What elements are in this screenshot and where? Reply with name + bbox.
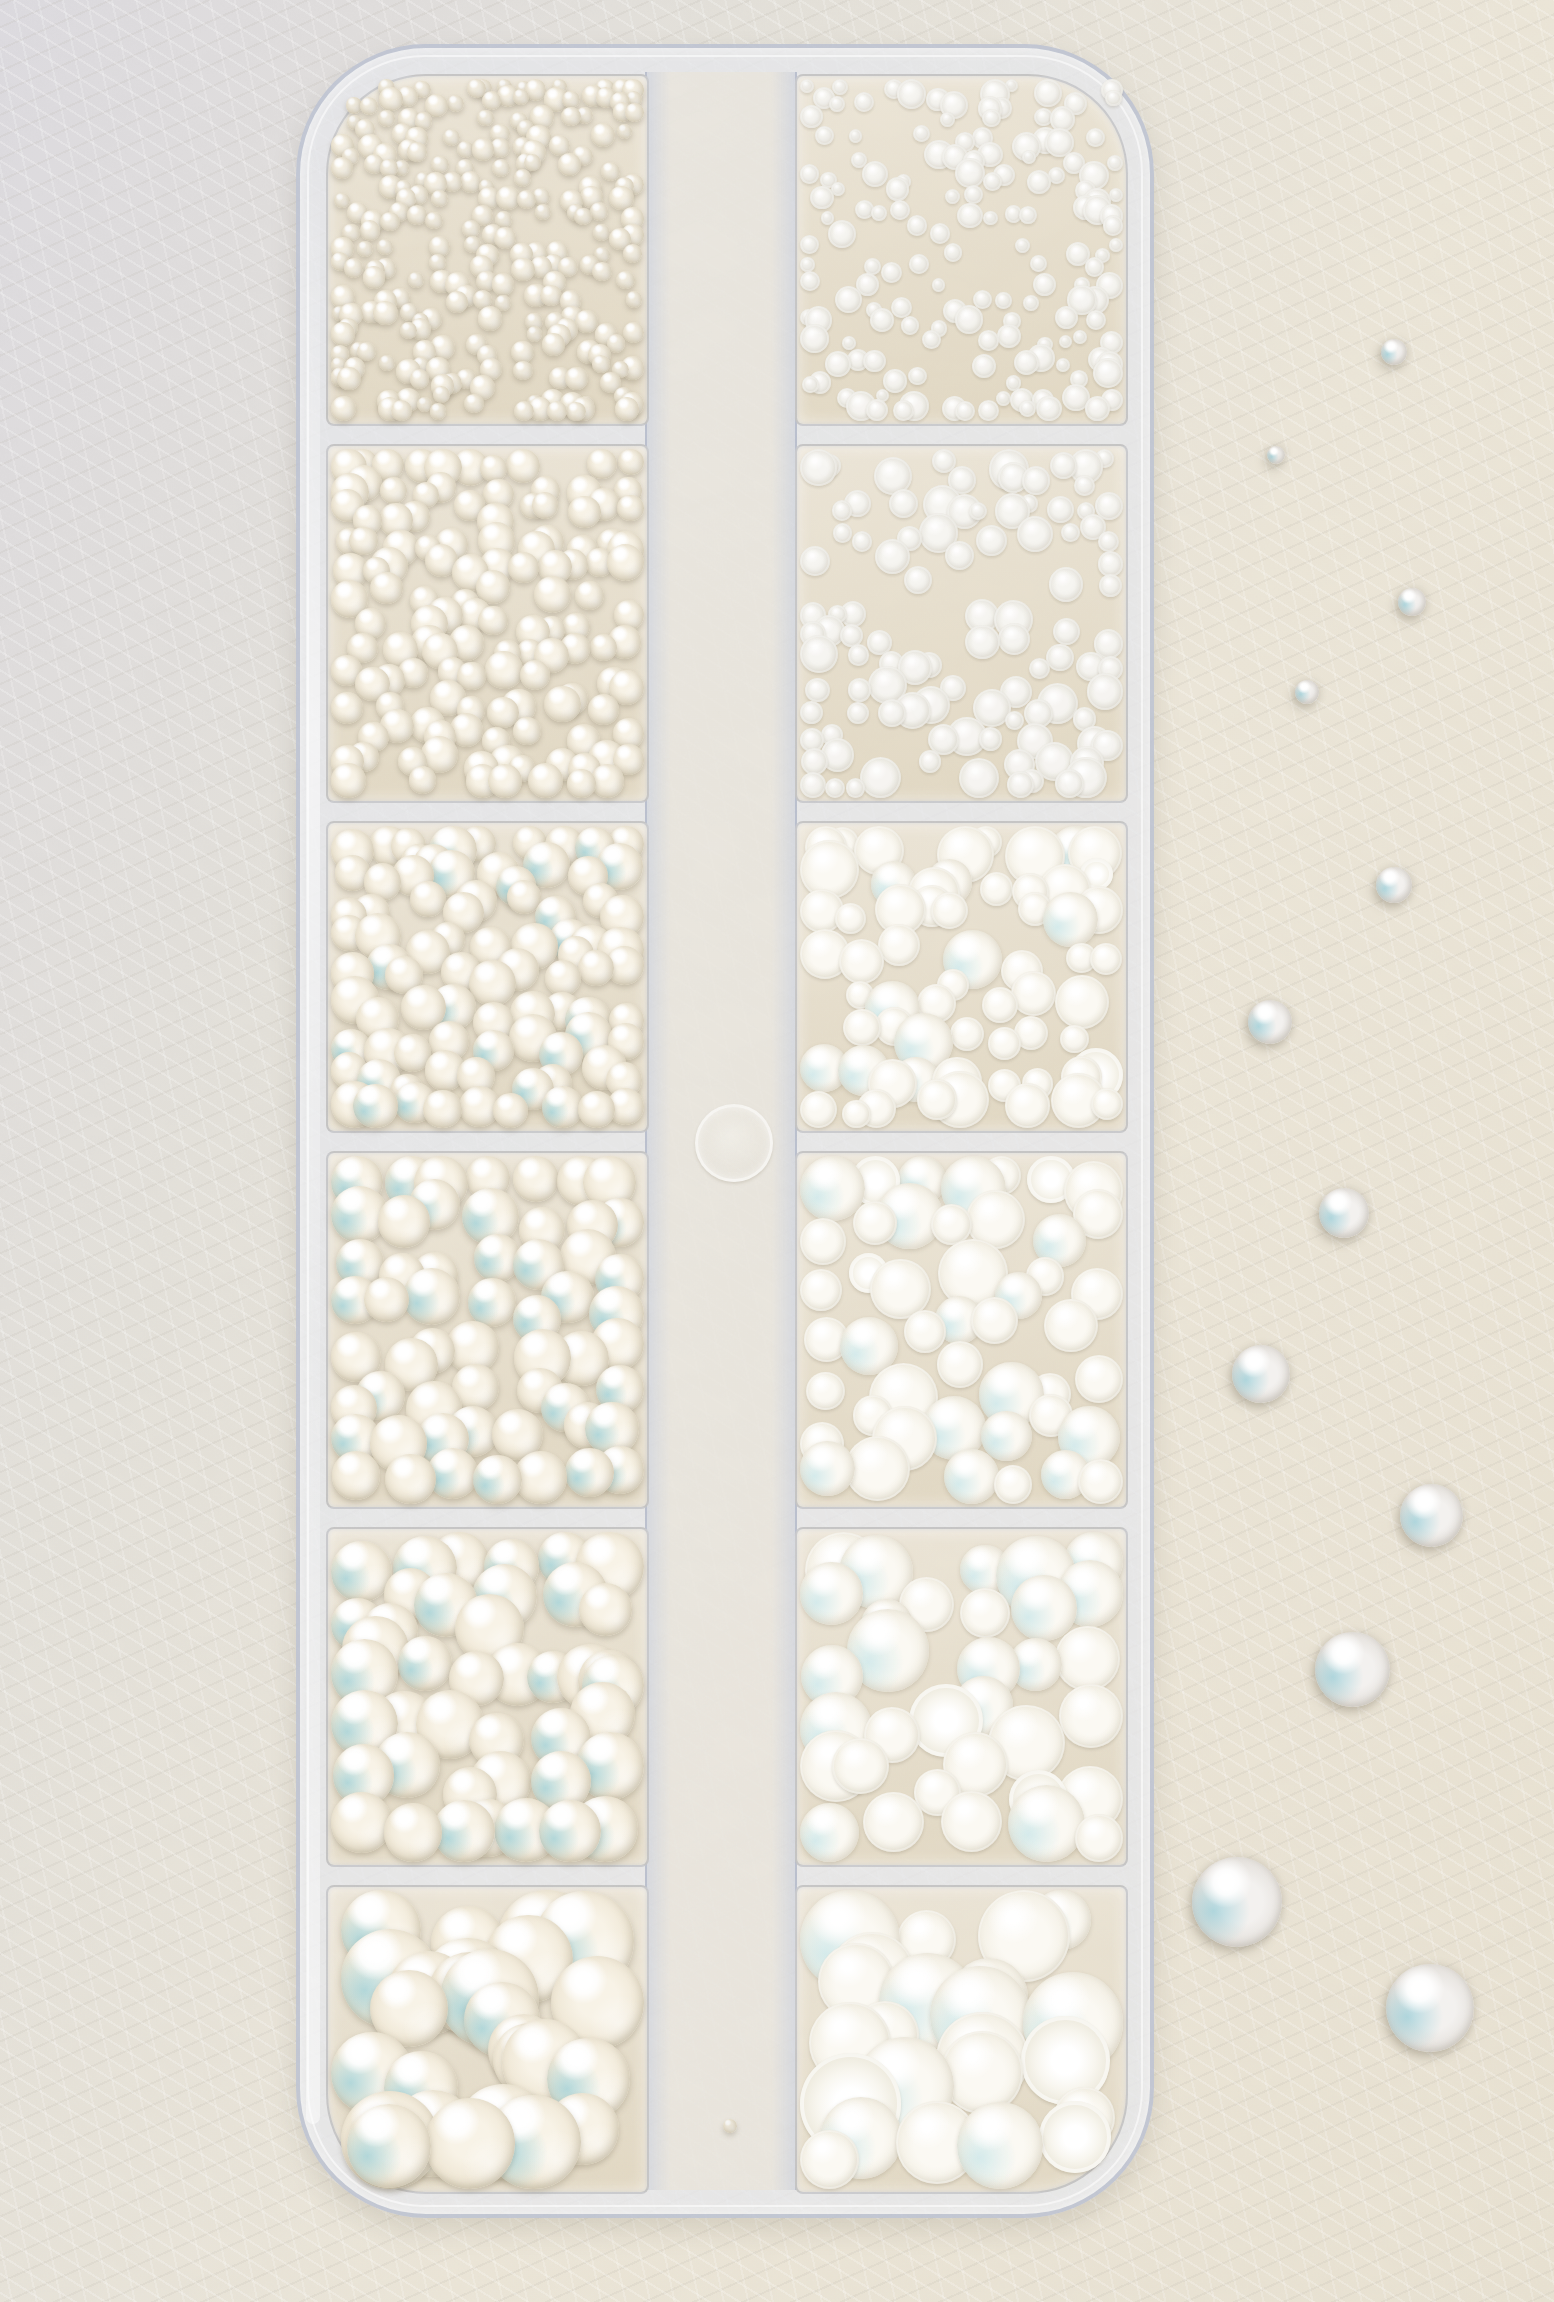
pearl [566,402,585,421]
pearl [945,189,960,204]
pearl [800,79,814,93]
pearl [462,220,480,238]
pearl [568,496,600,528]
pearl [617,495,644,522]
pearl [1061,523,1081,543]
pearl [983,211,997,225]
pearl [561,107,580,126]
pearl [982,987,1018,1023]
pearl [357,241,373,257]
pearl [1011,1575,1077,1641]
pearl [848,678,872,702]
pearl [1107,155,1123,171]
pearl [433,386,450,403]
pearl [800,635,838,673]
pearl [845,1436,910,1501]
pearl [901,316,920,335]
pearl [542,333,565,356]
pearl [897,79,927,109]
pearl [800,546,830,576]
pearl [964,185,983,204]
pearl [1055,769,1084,798]
pearl [506,449,540,483]
pearl [331,692,363,724]
pearl [843,1009,880,1046]
loose-pearl [1386,1964,1474,2052]
pearl [1047,496,1074,523]
pearl [353,1084,397,1128]
pearl [511,258,535,282]
loose-pearl [1398,588,1426,616]
pearl [1011,971,1056,1016]
pearl [488,764,522,798]
mold-mark [695,1104,773,1182]
pearl [403,1268,460,1325]
pearl [932,278,946,292]
pearl [848,644,869,665]
pearl [590,202,608,220]
pearl [492,159,510,177]
pearl [800,772,826,798]
pearl [363,266,385,288]
pearl [547,401,567,421]
pearl [545,960,581,996]
pearl [810,186,834,210]
pearl [616,271,634,289]
pearl [980,872,1014,906]
compartment-r6-left [326,1885,649,2194]
pearl [360,220,381,241]
pearl [800,2130,859,2189]
pearl [994,1465,1033,1504]
compartment-r2-left [326,444,649,803]
pearl [1039,2101,1111,2173]
compartment-r6-right [795,1885,1128,2194]
pearl [1055,1626,1120,1691]
pearl [540,285,562,307]
pearl [832,500,852,520]
pearl [940,112,955,127]
pearl [517,190,536,209]
pearl [370,572,402,604]
pearl [425,212,442,229]
pearl [468,1278,516,1326]
pearl [618,449,644,475]
pearl [1075,1355,1123,1403]
pearl [971,1297,1018,1344]
pearl [377,239,393,255]
pearl [601,162,621,182]
pearl [904,1310,947,1353]
pearl [593,224,610,241]
pearl [919,750,942,773]
pearl [976,525,1007,556]
pearl [480,455,507,482]
pearl [520,660,550,690]
pearl [944,243,963,262]
pearl [532,492,558,518]
pearl [889,489,918,518]
pearl [832,1738,889,1795]
pearl [871,205,887,221]
pearl [908,367,926,385]
pearl [847,702,869,724]
pearl [443,129,460,146]
pearl [482,91,501,110]
pearl [380,159,398,177]
pearl [1074,475,1095,496]
pearl [1019,400,1036,417]
pearl [447,95,464,112]
pearl [464,394,484,414]
pearl [607,544,644,581]
pearl [870,308,894,332]
pearl [941,1791,1002,1852]
pearl [1056,358,1070,372]
pearl [959,758,999,798]
pearl [574,208,592,226]
loose-pearl [1267,446,1285,464]
pearl [542,1086,584,1128]
pearl [1085,396,1110,421]
pearl [565,1448,614,1497]
pearl [1098,531,1119,552]
pearl [941,2031,1023,2113]
pearl [998,623,1030,655]
pearl [513,89,529,105]
pearl [842,336,856,350]
pearl [592,262,611,281]
pearl [513,717,541,745]
pearl [854,92,874,112]
pearl [514,401,534,421]
pearl [1022,466,1050,494]
pearl [978,400,999,421]
pearl [957,2102,1044,2189]
pearl [800,1091,837,1128]
pearl [982,109,1000,127]
pearl [913,125,930,142]
pearl [410,881,445,916]
pearl [950,1017,984,1051]
pearl [1093,358,1123,388]
pearl [800,1803,859,1862]
pearl [937,1341,984,1388]
pearl [477,110,493,126]
pearl [1059,335,1072,348]
pearl [1078,1459,1123,1504]
pearl [514,169,531,186]
pearl [331,157,353,179]
pearl [410,369,429,388]
pearl [842,1100,870,1128]
pearl [1073,330,1087,344]
pearl [473,1455,522,1504]
pearl [846,778,866,798]
pearl [1060,1025,1088,1053]
pearl [575,310,598,333]
stray-pearl [723,2119,737,2133]
pearl [1019,206,1037,224]
pearl [849,129,862,142]
pearl [493,1093,528,1128]
pearl [1055,975,1109,1029]
pearl [409,766,437,794]
pearl [893,400,914,421]
pearl [539,1800,601,1862]
pearl [1007,771,1034,798]
pearl [591,123,615,147]
pearl [349,527,378,556]
pearl [527,326,542,341]
pearl [592,355,610,373]
pearl [983,172,1002,191]
pearl [430,403,446,419]
pearl [1103,215,1123,235]
pearl-organizer-box [296,44,1154,2218]
loose-pearl [1319,1188,1369,1238]
pearl [623,322,644,343]
pearl [1046,644,1073,671]
pearl [800,1562,863,1625]
pearl [331,1541,392,1602]
loose-pearl [1376,867,1412,903]
pearl [1033,273,1056,296]
pearl [800,257,814,271]
pearl [922,330,941,349]
pearl [907,215,927,235]
pearl [904,566,933,595]
pearl [917,1079,958,1120]
pearl [1075,1814,1123,1862]
pearl [423,1090,461,1128]
pearl [835,286,862,313]
pearl [852,531,872,551]
pearl [806,1372,845,1411]
pearl [575,581,604,610]
loose-pearl [1192,1857,1282,1947]
pearl [860,757,901,798]
pearl [800,1269,842,1311]
pearl [431,190,448,207]
pearl [878,924,920,966]
pearl [835,903,866,934]
loose-pearl [1248,1000,1292,1044]
pearl [1086,128,1105,147]
pearl [886,177,910,201]
pearl [800,1441,855,1496]
compartment-r1-left [326,74,649,426]
pearl [446,291,469,314]
compartment-r3-right [795,821,1128,1133]
pearl [579,1583,632,1636]
pearl [524,154,541,171]
pearl [960,1588,1010,1638]
pearl [853,1201,897,1245]
pearl [513,361,533,381]
pearl [1050,452,1077,479]
pearl [347,2104,431,2188]
pearl [384,1803,443,1862]
pearl [588,694,619,725]
pearl [617,124,632,139]
pearl [565,367,588,390]
pearl [378,110,394,126]
pearl [1036,396,1061,421]
pearl [862,161,888,187]
pearl [1043,892,1098,947]
pearl [380,477,408,505]
pearl [511,341,533,363]
pearl [364,1277,409,1322]
pearl [492,273,514,295]
pearl [931,892,968,929]
pearl [800,164,819,183]
pearl [800,701,823,724]
pearl [875,539,911,575]
pearl [1044,1299,1097,1352]
pearl [815,126,834,145]
pearl [478,606,508,636]
pearl [567,769,596,798]
pearl [1049,567,1083,601]
compartment-r3-left [326,821,649,1133]
compartment-r1-right [795,74,1128,426]
pearl [1008,1785,1085,1862]
pearl [981,1411,1031,1461]
pearl [955,401,975,421]
compartment-r4-right [795,1151,1128,1509]
pearl [978,330,999,351]
pearl [562,91,580,109]
pearl [360,97,379,116]
pearl [805,678,830,703]
pearl [485,651,522,688]
pearl [398,1636,452,1690]
pearl [825,351,851,377]
pearl [997,324,1021,348]
pearl [460,171,482,193]
pearl [800,324,829,353]
pearl [828,220,856,248]
pearl [1105,90,1121,106]
pearl [344,258,364,278]
pearl [1087,673,1123,709]
pearl [833,523,852,542]
pearl [802,376,819,393]
compartment-r5-right [795,1527,1128,1867]
pearl [944,1449,999,1504]
pearl [578,1091,615,1128]
pearl [800,235,819,254]
pearl [431,156,448,173]
pearl [863,350,885,372]
pearl [391,400,412,421]
pearl [429,254,446,271]
pearl [909,254,929,274]
pearl [587,449,617,479]
pearl [379,87,403,111]
pearl [1059,1684,1123,1748]
pearl [1053,618,1080,645]
pearl [407,205,426,224]
pearl [407,142,427,162]
loose-pearl [1400,1484,1463,1547]
pearl [331,763,366,798]
pearl [513,1156,559,1202]
pearl [373,301,397,325]
pearl [1091,1088,1123,1120]
pearl [331,1792,392,1853]
pearl [1048,167,1065,184]
pearl [800,105,823,128]
pearl [337,367,360,390]
pearl [979,727,1003,751]
pearl [528,763,563,798]
pearl [625,103,644,122]
loose-pearl [1315,1632,1390,1707]
pearl [829,96,845,112]
pearl [1017,516,1053,552]
pearl [866,399,888,421]
pearl [332,1451,381,1500]
pearl [380,212,399,231]
pearl [623,244,642,263]
pearl [1086,310,1106,330]
pearl [331,396,356,421]
pearl [839,939,884,984]
pearl [890,200,910,220]
pearl [863,1792,924,1853]
pearl [535,204,551,220]
pearl [400,322,417,339]
pearl [972,354,997,379]
loose-pearl [1295,680,1319,704]
pearl [469,960,516,1007]
pearl [1015,238,1030,253]
pearl [1099,574,1122,597]
pearl [955,158,985,188]
pearl [1022,150,1036,164]
pearl [891,297,912,318]
pearl [825,778,845,798]
pearl [832,79,848,95]
pearl [508,552,539,583]
pearl [1005,1083,1050,1128]
pearl [945,541,974,570]
pearl [800,271,820,291]
photo-scene [0,0,1554,2302]
pearl [378,1195,430,1247]
pearl [478,306,502,330]
pearl [1090,943,1122,975]
loose-pearl [1232,1345,1290,1403]
pearl [472,138,495,161]
pearl [801,748,828,775]
pearl [626,291,643,308]
pearl [930,223,950,243]
pearl [425,2098,516,2189]
pearl [578,950,614,986]
pearl [883,369,906,392]
pearl [1034,79,1062,107]
pearl [864,258,881,275]
pearl [988,1027,1021,1060]
pearl [957,203,983,229]
pearl [534,576,571,613]
pearl [800,1218,846,1264]
pearl [969,502,987,520]
